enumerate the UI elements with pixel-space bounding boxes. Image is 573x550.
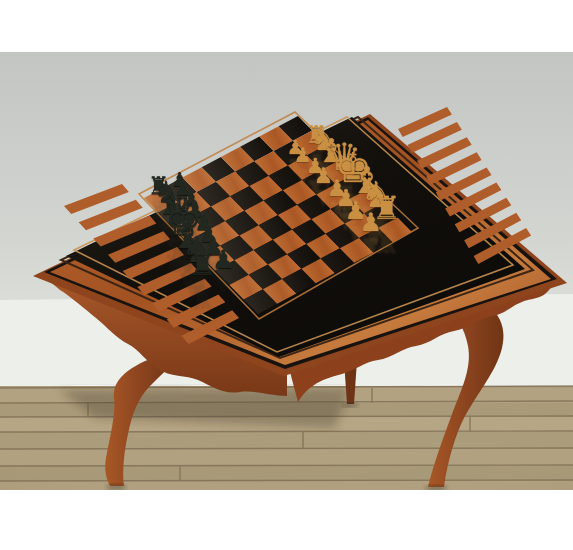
white-margin-bottom (0, 490, 573, 550)
photo-of-chess-table: ♜♜♞♞♟♟♟♟♝♝♟♟♛♛♟♟♚♚♟♟♜♜♟♟♟♟♝♝♞♞♟♟♟♟♞♞♝♝♟♟… (0, 0, 573, 550)
piece-white-pawn-h2: ♟ (359, 210, 382, 235)
piece-layer: ♜♜♞♞♟♟♟♟♝♝♟♟♛♛♟♟♚♚♟♟♜♜♟♟♟♟♝♝♞♞♟♟♟♟♞♞♝♝♟♟… (0, 52, 573, 490)
white-margin-top (0, 0, 573, 52)
piece-black-rook-h8: ♜ (188, 249, 217, 281)
piece-reflection: ♟ (359, 234, 382, 259)
piece-reflection: ♜ (188, 280, 217, 312)
photograph-area: ♜♜♞♞♟♟♟♟♝♝♟♟♛♛♟♟♚♚♟♟♜♜♟♟♟♟♝♝♞♞♟♟♟♟♞♞♝♝♟♟… (0, 52, 573, 490)
